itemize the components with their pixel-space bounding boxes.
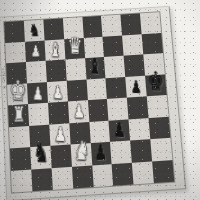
board-cell[interactable] [142, 33, 163, 55]
board-cell[interactable]: ♟ [90, 142, 112, 165]
corner-emblem: ♞ [13, 172, 30, 189]
chess-piece-white-pawn[interactable]: ♟ [32, 85, 43, 103]
board-cell[interactable] [50, 144, 71, 167]
board-cell[interactable] [132, 161, 154, 184]
board-cell[interactable] [140, 12, 161, 34]
chess-piece-white-pawn[interactable]: ♟ [31, 45, 41, 60]
chess-piece-white-pawn[interactable]: ♟ [54, 124, 66, 144]
board-cell[interactable] [4, 21, 24, 43]
chess-piece-white-bishop[interactable]: ♝ [49, 39, 62, 59]
board-cell[interactable]: ♟ [47, 80, 68, 102]
board-cell[interactable] [92, 164, 114, 187]
board-cell[interactable] [149, 116, 171, 139]
board-cell[interactable] [101, 15, 122, 37]
board-cell[interactable] [66, 79, 87, 101]
board-cell[interactable]: ♜ [8, 104, 29, 127]
chess-piece-black-pawn[interactable]: ♟ [114, 120, 127, 140]
board-cell[interactable] [129, 118, 151, 141]
chess-piece-white-rook[interactable]: ♜ [12, 104, 25, 125]
chess-piece-white-knight[interactable]: ♞ [73, 139, 89, 165]
board-cell[interactable]: ♚ [145, 74, 167, 96]
board-cell[interactable]: ♞ [11, 169, 32, 193]
chess-piece-black-knight[interactable]: ♞ [29, 22, 40, 39]
chess-piece-white-queen[interactable]: ♛ [67, 35, 82, 58]
chess-piece-black-pawn[interactable]: ♟ [95, 142, 108, 163]
board-cell[interactable] [110, 140, 132, 163]
board-cell[interactable]: ♟ [68, 100, 89, 123]
board-cell[interactable] [87, 99, 108, 122]
board-cell[interactable] [48, 101, 69, 124]
board-cell[interactable]: ♟ [25, 40, 46, 62]
board-cell[interactable]: ♞ [24, 20, 45, 42]
chess-piece-black-king[interactable]: ♚ [148, 68, 165, 95]
board-cell[interactable] [103, 35, 124, 57]
board-cell[interactable] [124, 54, 145, 76]
chess-piece-white-pawn[interactable]: ♟ [73, 103, 85, 122]
board-cell[interactable] [26, 61, 47, 83]
board-cell[interactable] [45, 59, 66, 81]
board-cell[interactable] [122, 34, 143, 56]
chess-piece-white-pawn[interactable]: ♟ [52, 84, 63, 102]
board-cell[interactable] [72, 165, 94, 188]
board-cell[interactable]: ♛ [64, 38, 85, 60]
board-cell[interactable] [82, 16, 103, 38]
board-cell[interactable] [9, 125, 30, 148]
board-cell[interactable] [86, 78, 107, 100]
board-cell[interactable] [31, 168, 52, 192]
board-cell[interactable]: ♟ [125, 75, 146, 97]
board-cell[interactable]: ♞ [30, 146, 51, 169]
board-cell[interactable] [28, 103, 49, 126]
board-cell[interactable]: ♟ [109, 119, 131, 142]
board-cell[interactable]: ♟ [49, 123, 70, 146]
board-cell[interactable] [5, 41, 26, 63]
chess-piece-black-knight[interactable]: ♞ [33, 141, 49, 167]
board-cell[interactable] [51, 166, 73, 189]
board-cell[interactable]: ♝ [44, 39, 65, 61]
board-cell[interactable]: ♟ [27, 82, 48, 104]
board-cell[interactable] [104, 56, 125, 78]
board-cell[interactable] [43, 18, 64, 40]
board-cell[interactable]: ♞ [70, 143, 92, 166]
chess-piece-white-king[interactable]: ♚ [10, 77, 26, 104]
chess-piece-black-pawn[interactable]: ♟ [131, 79, 142, 97]
board-cell[interactable] [107, 98, 128, 121]
board-cell[interactable] [152, 160, 174, 183]
board-cell[interactable] [150, 138, 172, 161]
board-cell[interactable] [147, 95, 169, 118]
board-frame: © CHESS ♞♟♝♛♝♚♟♟♟♚♜♟♟♟♞♞♟♞ [0, 6, 186, 200]
board-cell[interactable]: ♝ [85, 57, 106, 79]
board-cell[interactable] [121, 13, 142, 35]
board-cell[interactable] [127, 96, 149, 119]
emblem-knight-icon: ♞ [18, 177, 25, 185]
board-cell[interactable] [10, 147, 31, 170]
board-cell[interactable] [112, 162, 134, 185]
board-cell[interactable] [130, 139, 152, 162]
board-cell[interactable] [106, 76, 127, 98]
board-cell[interactable] [65, 58, 86, 80]
chess-piece-black-bishop[interactable]: ♝ [89, 56, 103, 78]
photo-background: © CHESS ♞♟♝♛♝♚♟♟♟♚♜♟♟♟♞♞♟♞ [0, 0, 200, 200]
chess-board: ♞♟♝♛♝♚♟♟♟♚♜♟♟♟♞♞♟♞ [3, 11, 175, 194]
